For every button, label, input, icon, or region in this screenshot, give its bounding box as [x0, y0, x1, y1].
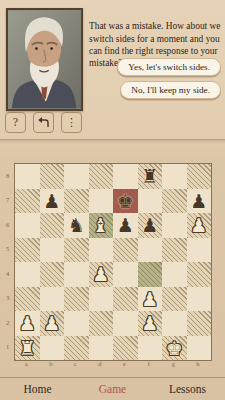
- square-e3[interactable]: [113, 287, 138, 312]
- square-g5[interactable]: [162, 238, 187, 263]
- square-d7[interactable]: [89, 189, 114, 214]
- switch-sides-button[interactable]: Yes, let's switch sides.: [117, 58, 221, 76]
- takeback-button[interactable]: [33, 112, 54, 133]
- square-f6[interactable]: ♟: [138, 213, 163, 238]
- square-d2[interactable]: [89, 311, 114, 336]
- rank-label-2: 2: [6, 310, 14, 335]
- square-h7[interactable]: ♟: [187, 189, 212, 214]
- square-e1[interactable]: [113, 336, 138, 361]
- square-e4[interactable]: [113, 262, 138, 287]
- undo-icon: [37, 116, 50, 129]
- square-c1[interactable]: [64, 336, 89, 361]
- black-pawn: ♟: [43, 188, 60, 213]
- nav-game[interactable]: Game: [75, 383, 150, 395]
- header-divider: [0, 139, 225, 144]
- file-labels: abcdefgh: [14, 360, 210, 367]
- file-label-b: b: [39, 360, 64, 367]
- nav-home[interactable]: Home: [0, 383, 75, 395]
- square-f2[interactable]: ♟: [138, 311, 163, 336]
- square-b7[interactable]: ♟: [40, 189, 65, 214]
- white-pawn: ♟: [92, 262, 109, 287]
- file-label-h: h: [186, 360, 211, 367]
- bottom-nav: Home Game Lessons: [0, 377, 225, 400]
- tutor-portrait: [6, 8, 83, 111]
- nav-lessons[interactable]: Lessons: [150, 383, 225, 395]
- square-b8[interactable]: [40, 164, 65, 189]
- rank-label-5: 5: [6, 237, 14, 262]
- square-c4[interactable]: [64, 262, 89, 287]
- square-b5[interactable]: [40, 238, 65, 263]
- file-label-a: a: [14, 360, 39, 367]
- square-h1[interactable]: [187, 336, 212, 361]
- white-pawn: ♟: [190, 213, 207, 238]
- keep-side-button[interactable]: No, I'll keep my side.: [120, 81, 221, 99]
- square-f3[interactable]: ♟: [138, 287, 163, 312]
- black-pawn: ♟: [117, 213, 134, 238]
- square-a7[interactable]: [15, 189, 40, 214]
- square-f1[interactable]: [138, 336, 163, 361]
- square-a6[interactable]: [15, 213, 40, 238]
- square-h4[interactable]: [187, 262, 212, 287]
- square-f4[interactable]: [138, 262, 163, 287]
- white-bishop: ♝: [92, 213, 109, 238]
- square-c6[interactable]: ♞: [64, 213, 89, 238]
- square-c2[interactable]: [64, 311, 89, 336]
- square-g3[interactable]: [162, 287, 187, 312]
- square-d3[interactable]: [89, 287, 114, 312]
- square-e2[interactable]: [113, 311, 138, 336]
- square-b4[interactable]: [40, 262, 65, 287]
- tutor-portrait-illustration: [8, 10, 81, 109]
- black-king: ♚: [117, 188, 134, 213]
- black-knight: ♞: [68, 213, 85, 238]
- square-d6[interactable]: ♝: [89, 213, 114, 238]
- square-g1[interactable]: ♚: [162, 336, 187, 361]
- square-e8[interactable]: [113, 164, 138, 189]
- white-rook: ♜: [19, 335, 36, 360]
- rank-label-3: 3: [6, 286, 14, 311]
- square-d5[interactable]: [89, 238, 114, 263]
- square-g7[interactable]: [162, 189, 187, 214]
- square-d8[interactable]: [89, 164, 114, 189]
- square-d1[interactable]: [89, 336, 114, 361]
- black-rook: ♜: [141, 164, 158, 189]
- square-g4[interactable]: [162, 262, 187, 287]
- square-c3[interactable]: [64, 287, 89, 312]
- square-g2[interactable]: [162, 311, 187, 336]
- square-h3[interactable]: [187, 287, 212, 312]
- square-d4[interactable]: ♟: [89, 262, 114, 287]
- square-e6[interactable]: ♟: [113, 213, 138, 238]
- file-label-c: c: [63, 360, 88, 367]
- app-screen: That was a mistake. How about we switch …: [0, 0, 225, 400]
- square-b3[interactable]: [40, 287, 65, 312]
- square-h2[interactable]: [187, 311, 212, 336]
- menu-button[interactable]: ⋮: [61, 112, 82, 133]
- square-a1[interactable]: ♜: [15, 336, 40, 361]
- toolbar: ? ⋮: [5, 112, 82, 133]
- rank-label-4: 4: [6, 261, 14, 286]
- file-label-f: f: [137, 360, 162, 367]
- question-mark-icon: ?: [13, 115, 18, 130]
- square-h6[interactable]: ♟: [187, 213, 212, 238]
- file-label-e: e: [112, 360, 137, 367]
- white-pawn: ♟: [19, 311, 36, 336]
- square-a3[interactable]: [15, 287, 40, 312]
- square-c5[interactable]: [64, 238, 89, 263]
- square-e5[interactable]: [113, 238, 138, 263]
- reply-options: Yes, let's switch sides. No, I'll keep m…: [117, 58, 221, 99]
- square-b6[interactable]: [40, 213, 65, 238]
- white-pawn: ♟: [141, 311, 158, 336]
- black-pawn: ♟: [190, 188, 207, 213]
- square-a4[interactable]: [15, 262, 40, 287]
- white-king: ♚: [166, 335, 183, 360]
- black-pawn: ♟: [141, 213, 158, 238]
- hint-button[interactable]: ?: [5, 112, 26, 133]
- square-f5[interactable]: [138, 238, 163, 263]
- rank-label-6: 6: [6, 212, 14, 237]
- rank-label-8: 8: [6, 163, 14, 188]
- square-f8[interactable]: ♜: [138, 164, 163, 189]
- kebab-menu-icon: ⋮: [66, 117, 77, 128]
- file-label-d: d: [88, 360, 113, 367]
- square-h8[interactable]: [187, 164, 212, 189]
- square-f7[interactable]: [138, 189, 163, 214]
- rank-label-1: 1: [6, 335, 14, 360]
- square-g6[interactable]: [162, 213, 187, 238]
- rank-label-7: 7: [6, 188, 14, 213]
- square-b1[interactable]: [40, 336, 65, 361]
- board: ♜♟♚♟♞♝♟♟♟♟♟♟♟♟♜♚: [14, 163, 212, 361]
- square-a5[interactable]: [15, 238, 40, 263]
- white-pawn: ♟: [43, 311, 60, 336]
- rank-labels: 87654321: [6, 163, 14, 359]
- square-c7[interactable]: [64, 189, 89, 214]
- square-h5[interactable]: [187, 238, 212, 263]
- square-a8[interactable]: [15, 164, 40, 189]
- square-c8[interactable]: [64, 164, 89, 189]
- square-e7[interactable]: ♚: [113, 189, 138, 214]
- square-g8[interactable]: [162, 164, 187, 189]
- file-label-g: g: [161, 360, 186, 367]
- square-b2[interactable]: ♟: [40, 311, 65, 336]
- white-pawn: ♟: [141, 286, 158, 311]
- square-a2[interactable]: ♟: [15, 311, 40, 336]
